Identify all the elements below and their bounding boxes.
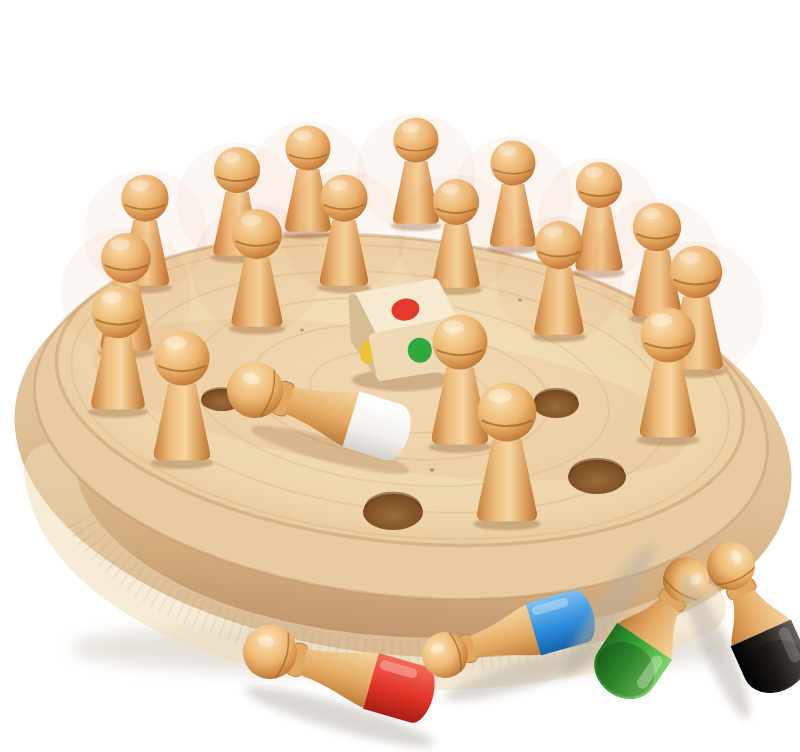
board-svg: [0, 0, 800, 752]
peg-warm-tint: [627, 241, 765, 379]
peg-highlight: [488, 389, 512, 403]
board-grain-knot: [430, 468, 435, 472]
peg-hole: [568, 459, 626, 494]
standing-peg[interactable]: [627, 241, 765, 379]
peg-warm-tint: [496, 216, 623, 343]
peg-hole: [533, 389, 579, 418]
peg-hole: [363, 493, 423, 530]
peg-warm-tint: [192, 204, 323, 335]
memory-chess-scene: [0, 0, 800, 752]
peg-highlight: [164, 336, 186, 349]
board-grain-knot: [300, 329, 304, 332]
standing-peg[interactable]: [496, 216, 623, 343]
standing-peg[interactable]: [192, 204, 323, 335]
peg-highlight: [442, 320, 464, 333]
peg-highlight: [650, 313, 672, 326]
peg-highlight: [101, 291, 122, 304]
